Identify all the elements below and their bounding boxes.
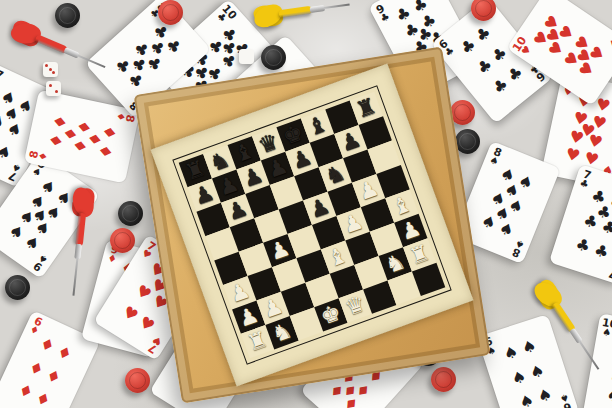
die xyxy=(46,81,61,96)
checker-red xyxy=(471,0,496,21)
checker-ring xyxy=(114,232,131,249)
checker-red xyxy=(110,228,135,253)
die xyxy=(43,62,58,77)
clubs-pip-icon: ♣ xyxy=(147,37,168,58)
hearts-pip-icon: ♥ xyxy=(136,313,157,334)
checker-ring xyxy=(454,104,471,121)
spades-pip-icon: ♠ xyxy=(528,362,547,382)
clubs-pip-icon: ♣ xyxy=(473,24,494,45)
card-pip-area: ♦♦♦♦♦♦ xyxy=(7,327,84,408)
checker-black xyxy=(5,275,30,300)
dart-barrel xyxy=(75,213,86,247)
dart-needle xyxy=(324,3,350,9)
dart-needle xyxy=(72,258,78,296)
checker-ring xyxy=(435,371,452,388)
checker-red xyxy=(125,368,150,393)
checker-black xyxy=(455,129,480,154)
spades-pip-icon: ♠ xyxy=(0,142,14,163)
chess-board-box: ♜♞♝♛♚♝♜♟♟♟♟♟♟♟♞♟♟♟♟♝♟♝♟♟♟♞♜♜♞♚♛ xyxy=(134,47,491,404)
board-grid: ♜♞♝♛♚♝♜♟♟♟♟♟♟♟♞♟♟♟♟♝♟♝♟♟♟♞♜♜♞♚♛ xyxy=(179,92,446,359)
hearts-pip-icon: ♥ xyxy=(564,146,581,165)
diamonds-pip-icon: ♦ xyxy=(16,381,36,402)
hearts-pip-icon: ♥ xyxy=(120,303,141,324)
die-pip xyxy=(55,90,58,93)
checker-black xyxy=(55,3,80,28)
clubs-pip-icon: ♣ xyxy=(505,63,526,84)
die xyxy=(239,49,254,64)
card-pip-area: ♣♣♣♣♣♣♣ xyxy=(565,180,612,270)
diamonds-pip-icon: ♦ xyxy=(54,343,74,364)
piece-white-knight[interactable]: ♞ xyxy=(269,319,295,346)
clubs-pip-icon: ♣ xyxy=(490,75,511,96)
checker-red xyxy=(431,367,456,392)
dart-barrel xyxy=(279,6,313,19)
checker-ring xyxy=(122,205,139,222)
spades-pip-icon: ♠ xyxy=(517,392,536,408)
clubs-pip-icon: ♣ xyxy=(574,236,593,256)
card-pip-area: ♠♠♠♠♠♠♠♠ xyxy=(470,157,544,248)
die-pip xyxy=(49,84,52,87)
spades-pip-icon: ♠ xyxy=(502,344,521,364)
spades-pip-icon: ♠ xyxy=(22,233,43,254)
tabletop-scene: 7♠7♠♠♠♠♠♠♠♠9♠9♠♠♠♠♠♠♠♠♠♠8♦8♦♦♦♦♦♦♦♦♦10♣1… xyxy=(0,0,612,408)
checker-ring xyxy=(162,4,179,21)
die-pip xyxy=(52,71,55,74)
clubs-pip-icon: ♣ xyxy=(474,56,495,77)
card-7-clubs: 7♣7♣♣♣♣♣♣♣♣ xyxy=(549,164,612,285)
diamonds-pip-icon: ♦ xyxy=(60,125,79,142)
checker-ring xyxy=(459,133,476,150)
piece-white-queen[interactable]: ♛ xyxy=(342,292,368,319)
clubs-pip-icon: ♣ xyxy=(458,36,479,57)
checker-black xyxy=(118,201,143,226)
spades-pip-icon: ♠ xyxy=(6,222,27,243)
diamonds-pip-icon: ♦ xyxy=(33,389,53,408)
chess-board-mat: ♜♞♝♛♚♝♜♟♟♟♟♟♟♟♞♟♟♟♟♝♟♝♟♟♟♞♜♜♞♚♛ xyxy=(151,64,474,387)
checker-black xyxy=(261,45,286,70)
card-pip-area: ♠♠♠♠♠♠ xyxy=(493,330,563,408)
spades-pip-icon: ♠ xyxy=(520,338,539,358)
diamonds-pip-icon: ♦ xyxy=(44,366,64,387)
diamonds-pip-icon: ♦ xyxy=(26,358,46,379)
spades-pip-icon: ♠ xyxy=(536,386,555,406)
die-pip xyxy=(45,64,48,67)
diamonds-pip-icon: ♦ xyxy=(37,335,57,356)
checker-ring xyxy=(475,0,492,17)
checker-ring xyxy=(129,372,146,389)
spades-pip-icon: ♠ xyxy=(510,368,529,388)
clubs-pip-icon: ♣ xyxy=(592,242,611,262)
checker-ring xyxy=(9,279,26,296)
spades-pip-icon: ♠ xyxy=(605,387,612,405)
dart-yellow xyxy=(252,0,355,31)
checker-red xyxy=(158,0,183,25)
diamonds-pip-icon: ♦ xyxy=(85,130,104,147)
checker-ring xyxy=(265,49,282,66)
piece-white-king[interactable]: ♚ xyxy=(318,301,344,328)
dart-needle xyxy=(578,341,599,371)
clubs-pip-icon: ♣ xyxy=(128,54,149,75)
dart-needle xyxy=(77,55,106,69)
checker-ring xyxy=(59,7,76,24)
piece-white-rook[interactable]: ♜ xyxy=(245,328,271,355)
clubs-pip-icon: ♣ xyxy=(489,44,510,65)
card-pip-area: ♦♦♦♦♦♦♦♦ xyxy=(38,105,125,168)
die-pip xyxy=(49,68,52,71)
